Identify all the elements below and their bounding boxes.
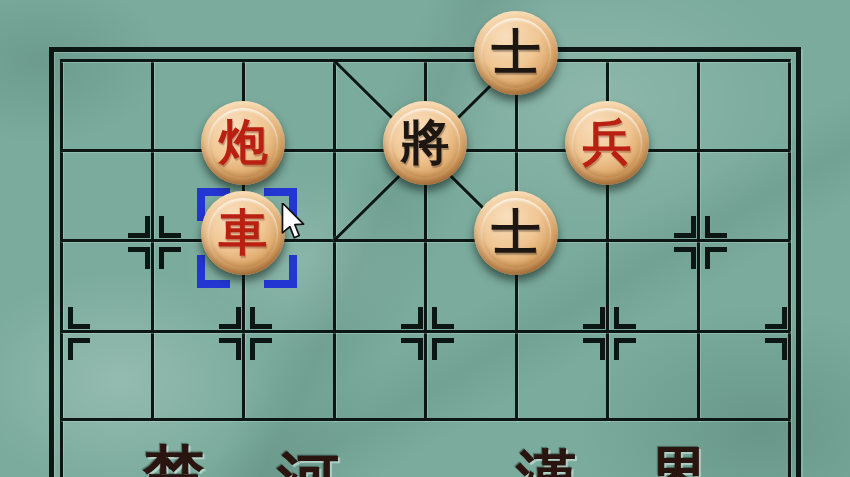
- position-marker: [250, 307, 272, 329]
- piece-glyph: 兵: [583, 118, 632, 167]
- grid-vertical-line: [60, 59, 63, 477]
- grid-horizontal-line: [60, 59, 790, 62]
- xiangqi-board[interactable]: 士炮將兵車士 楚 河 漢 界: [0, 0, 850, 477]
- piece-face: 士: [481, 18, 551, 88]
- river-label-chu: 楚: [143, 433, 205, 477]
- position-marker: [705, 247, 727, 269]
- position-marker: [583, 338, 605, 360]
- grid-horizontal-line: [60, 330, 790, 333]
- position-marker: [765, 338, 787, 360]
- river-label-han: 漢: [516, 437, 578, 477]
- piece-red-cannon[interactable]: 炮: [201, 101, 285, 185]
- position-marker: [68, 338, 90, 360]
- grid-horizontal-line: [60, 418, 790, 421]
- position-marker: [765, 307, 787, 329]
- position-marker: [432, 338, 454, 360]
- piece-glyph: 車: [219, 208, 268, 257]
- position-marker: [219, 307, 241, 329]
- river-label-he: 河: [277, 439, 339, 477]
- piece-black-general[interactable]: 將: [383, 101, 467, 185]
- piece-red-soldier[interactable]: 兵: [565, 101, 649, 185]
- position-marker: [705, 216, 727, 238]
- position-marker: [614, 338, 636, 360]
- position-marker: [583, 307, 605, 329]
- piece-red-chariot[interactable]: 車: [201, 191, 285, 275]
- position-marker: [128, 247, 150, 269]
- position-marker: [128, 216, 150, 238]
- piece-face: 炮: [208, 108, 278, 178]
- position-marker: [432, 307, 454, 329]
- piece-glyph: 炮: [219, 118, 268, 167]
- position-marker: [614, 307, 636, 329]
- piece-black-advisor-1[interactable]: 士: [474, 11, 558, 95]
- position-marker: [674, 247, 696, 269]
- position-marker: [68, 307, 90, 329]
- position-marker: [401, 338, 423, 360]
- piece-black-advisor-2[interactable]: 士: [474, 191, 558, 275]
- position-marker: [159, 216, 181, 238]
- position-marker: [401, 307, 423, 329]
- position-marker: [674, 216, 696, 238]
- grid-horizontal-line: [60, 239, 790, 242]
- grid-vertical-line: [788, 59, 791, 477]
- mouse-cursor-icon: [280, 203, 306, 239]
- position-marker: [219, 338, 241, 360]
- position-marker: [250, 338, 272, 360]
- position-marker: [159, 247, 181, 269]
- river-label-jie: 界: [648, 434, 710, 477]
- piece-glyph: 將: [401, 118, 450, 167]
- piece-glyph: 士: [492, 28, 541, 77]
- piece-glyph: 士: [492, 208, 541, 257]
- piece-face: 士: [481, 198, 551, 268]
- piece-face: 將: [390, 108, 460, 178]
- piece-face: 車: [208, 198, 278, 268]
- piece-face: 兵: [572, 108, 642, 178]
